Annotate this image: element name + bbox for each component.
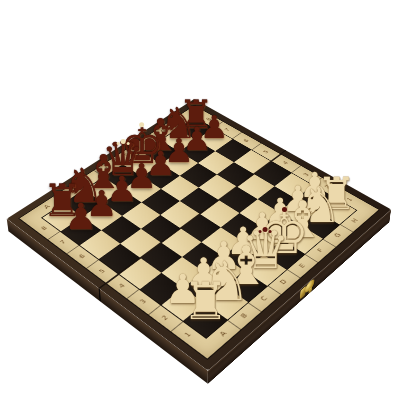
clasp-pin <box>308 287 312 294</box>
fold-seam-edge <box>99 288 101 302</box>
piece-black-pawn-a7[interactable]: ♟ <box>64 199 97 235</box>
brass-clasp-icon <box>298 276 316 303</box>
piece-white-rook-a1[interactable]: ♜ <box>182 275 228 327</box>
chess-set-photo: ABCDEFGH ABCDEFGH 87654321 87654321 ♜♞♝♛… <box>0 0 400 400</box>
